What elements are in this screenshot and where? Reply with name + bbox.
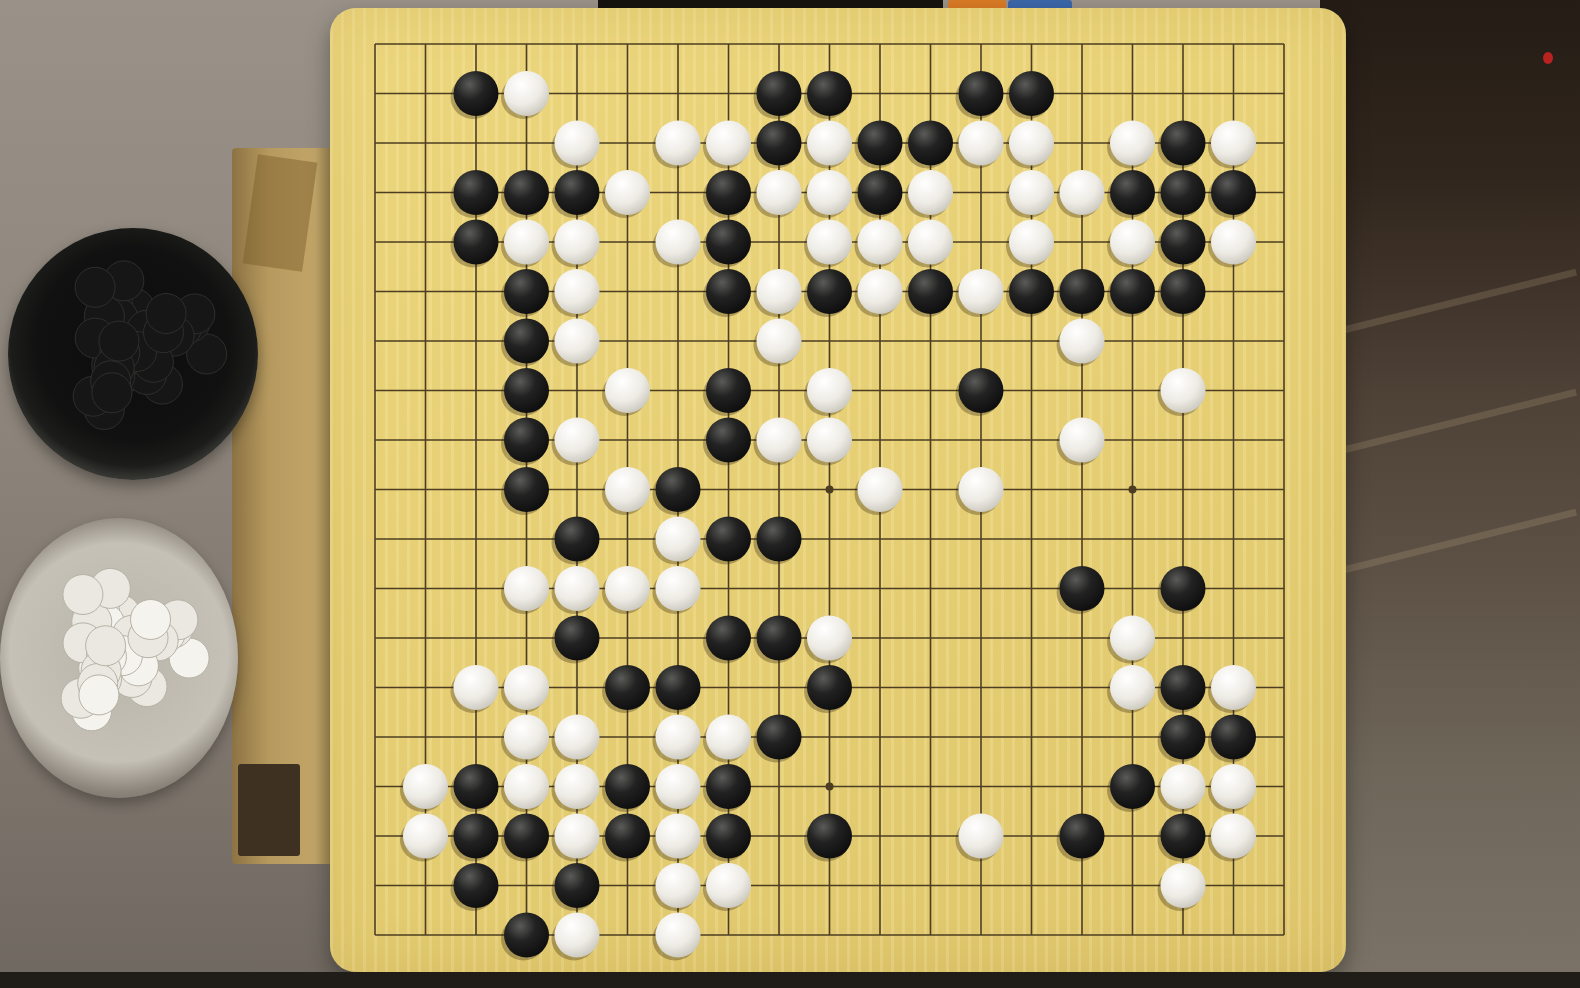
black-stone[interactable] bbox=[555, 517, 600, 562]
black-stone[interactable] bbox=[454, 814, 499, 859]
white-stone[interactable] bbox=[757, 170, 802, 215]
star-point bbox=[1129, 486, 1137, 494]
white-stone[interactable] bbox=[807, 368, 852, 413]
black-stone[interactable] bbox=[1110, 269, 1155, 314]
white-stone[interactable] bbox=[807, 170, 852, 215]
white-stone[interactable] bbox=[1211, 665, 1256, 710]
bowl-black-stone bbox=[99, 321, 139, 361]
photo-go-scene: { "game": "go", "scene": { "description_… bbox=[0, 0, 1580, 988]
white-stone[interactable] bbox=[1211, 121, 1256, 166]
white-stone[interactable] bbox=[858, 220, 903, 265]
black-stone[interactable] bbox=[1161, 814, 1206, 859]
black-bowl-stones bbox=[8, 228, 258, 480]
white-stone[interactable] bbox=[504, 566, 549, 611]
black-stone[interactable] bbox=[1110, 764, 1155, 809]
white-stone[interactable] bbox=[1060, 319, 1105, 364]
black-stone[interactable] bbox=[1161, 715, 1206, 760]
box-label bbox=[238, 764, 300, 856]
white-stone[interactable] bbox=[706, 121, 751, 166]
white-stone[interactable] bbox=[656, 913, 701, 958]
black-stone[interactable] bbox=[959, 368, 1004, 413]
white-stone[interactable] bbox=[656, 517, 701, 562]
white-stone[interactable] bbox=[504, 715, 549, 760]
black-stone[interactable] bbox=[454, 71, 499, 116]
white-stone[interactable] bbox=[555, 319, 600, 364]
bowl-white-stone bbox=[86, 626, 126, 666]
white-stone[interactable] bbox=[504, 220, 549, 265]
black-stone[interactable] bbox=[1110, 170, 1155, 215]
white-stone[interactable] bbox=[908, 220, 953, 265]
black-stone[interactable] bbox=[605, 764, 650, 809]
black-stone[interactable] bbox=[757, 616, 802, 661]
black-stone[interactable] bbox=[1060, 566, 1105, 611]
white-stone[interactable] bbox=[605, 566, 650, 611]
black-stone-bowl bbox=[8, 228, 258, 480]
black-stone[interactable] bbox=[1161, 121, 1206, 166]
black-stone[interactable] bbox=[807, 71, 852, 116]
black-stone[interactable] bbox=[504, 319, 549, 364]
white-stone[interactable] bbox=[555, 814, 600, 859]
black-stone[interactable] bbox=[706, 764, 751, 809]
black-stone[interactable] bbox=[454, 220, 499, 265]
black-stone[interactable] bbox=[757, 715, 802, 760]
white-stone[interactable] bbox=[1211, 764, 1256, 809]
white-stone[interactable] bbox=[1161, 764, 1206, 809]
white-stone[interactable] bbox=[656, 566, 701, 611]
white-stone[interactable] bbox=[1060, 170, 1105, 215]
black-stone[interactable] bbox=[706, 220, 751, 265]
white-stone[interactable] bbox=[1211, 814, 1256, 859]
black-stone[interactable] bbox=[908, 121, 953, 166]
black-stone[interactable] bbox=[807, 665, 852, 710]
black-stone[interactable] bbox=[1161, 269, 1206, 314]
table-edge bbox=[0, 972, 1580, 988]
black-stone[interactable] bbox=[706, 418, 751, 463]
white-stone[interactable] bbox=[1009, 121, 1054, 166]
black-stone[interactable] bbox=[1009, 71, 1054, 116]
black-stone[interactable] bbox=[454, 764, 499, 809]
floor-streak bbox=[1323, 389, 1577, 459]
white-stone[interactable] bbox=[605, 170, 650, 215]
black-stone[interactable] bbox=[1211, 715, 1256, 760]
white-stone[interactable] bbox=[1060, 418, 1105, 463]
wood-floor-right bbox=[1320, 0, 1580, 988]
black-stone[interactable] bbox=[1161, 566, 1206, 611]
white-stone[interactable] bbox=[959, 269, 1004, 314]
black-stone[interactable] bbox=[504, 467, 549, 512]
bowl-white-stone bbox=[131, 599, 171, 639]
go-board[interactable] bbox=[330, 8, 1346, 972]
black-stone[interactable] bbox=[807, 814, 852, 859]
white-stone[interactable] bbox=[1009, 170, 1054, 215]
white-stone[interactable] bbox=[555, 418, 600, 463]
black-stone[interactable] bbox=[656, 665, 701, 710]
white-stone[interactable] bbox=[959, 814, 1004, 859]
white-stone[interactable] bbox=[605, 467, 650, 512]
white-stone[interactable] bbox=[555, 269, 600, 314]
bowl-white-stone bbox=[63, 575, 103, 615]
white-stone-bowl bbox=[0, 518, 238, 798]
black-stone[interactable] bbox=[555, 170, 600, 215]
white-stone[interactable] bbox=[403, 764, 448, 809]
black-stone[interactable] bbox=[454, 863, 499, 908]
black-stone[interactable] bbox=[706, 616, 751, 661]
white-stone[interactable] bbox=[454, 665, 499, 710]
black-stone[interactable] bbox=[504, 913, 549, 958]
black-stone[interactable] bbox=[757, 71, 802, 116]
white-stone[interactable] bbox=[757, 418, 802, 463]
black-stone[interactable] bbox=[706, 269, 751, 314]
black-stone[interactable] bbox=[959, 71, 1004, 116]
white-stone[interactable] bbox=[807, 121, 852, 166]
white-stone[interactable] bbox=[757, 269, 802, 314]
white-stone[interactable] bbox=[1161, 368, 1206, 413]
white-stone[interactable] bbox=[1110, 665, 1155, 710]
white-stone[interactable] bbox=[555, 715, 600, 760]
white-stone[interactable] bbox=[858, 269, 903, 314]
black-stone[interactable] bbox=[1060, 814, 1105, 859]
white-stone[interactable] bbox=[1110, 121, 1155, 166]
black-stone[interactable] bbox=[706, 814, 751, 859]
white-stone[interactable] bbox=[807, 418, 852, 463]
white-stone[interactable] bbox=[656, 764, 701, 809]
black-stone[interactable] bbox=[504, 418, 549, 463]
black-stone[interactable] bbox=[1009, 269, 1054, 314]
white-stone[interactable] bbox=[908, 170, 953, 215]
black-stone[interactable] bbox=[706, 368, 751, 413]
floor-streak bbox=[1323, 269, 1577, 339]
white-stone[interactable] bbox=[1009, 220, 1054, 265]
white-stone[interactable] bbox=[555, 566, 600, 611]
black-stone[interactable] bbox=[757, 517, 802, 562]
bowl-black-stone bbox=[92, 373, 132, 413]
white-stone[interactable] bbox=[1110, 616, 1155, 661]
black-stone[interactable] bbox=[656, 467, 701, 512]
white-stone[interactable] bbox=[656, 863, 701, 908]
white-stone[interactable] bbox=[656, 121, 701, 166]
black-stone[interactable] bbox=[1161, 665, 1206, 710]
black-stone[interactable] bbox=[504, 269, 549, 314]
black-stone[interactable] bbox=[1211, 170, 1256, 215]
white-stone[interactable] bbox=[403, 814, 448, 859]
black-stone[interactable] bbox=[807, 269, 852, 314]
white-stone[interactable] bbox=[706, 863, 751, 908]
black-stone[interactable] bbox=[504, 814, 549, 859]
black-stone[interactable] bbox=[605, 665, 650, 710]
white-stone[interactable] bbox=[1110, 220, 1155, 265]
white-stone[interactable] bbox=[706, 715, 751, 760]
black-stone[interactable] bbox=[504, 170, 549, 215]
white-stone[interactable] bbox=[555, 764, 600, 809]
black-stone[interactable] bbox=[1060, 269, 1105, 314]
white-stone[interactable] bbox=[656, 715, 701, 760]
star-point bbox=[826, 486, 834, 494]
white-stone[interactable] bbox=[656, 814, 701, 859]
white-stone[interactable] bbox=[555, 121, 600, 166]
black-stone[interactable] bbox=[858, 170, 903, 215]
white-stone[interactable] bbox=[1211, 220, 1256, 265]
bowl-black-stone bbox=[75, 267, 115, 307]
black-stone[interactable] bbox=[908, 269, 953, 314]
black-stone[interactable] bbox=[706, 170, 751, 215]
white-stone[interactable] bbox=[555, 220, 600, 265]
black-stone[interactable] bbox=[605, 814, 650, 859]
black-stone[interactable] bbox=[1161, 170, 1206, 215]
black-stone[interactable] bbox=[858, 121, 903, 166]
bowl-black-stone bbox=[146, 294, 186, 334]
board-grid[interactable] bbox=[330, 8, 1346, 972]
black-stone[interactable] bbox=[454, 170, 499, 215]
black-stone[interactable] bbox=[555, 616, 600, 661]
red-speck bbox=[1543, 52, 1553, 64]
white-stone[interactable] bbox=[504, 71, 549, 116]
bowl-white-stone bbox=[79, 675, 119, 715]
white-stone[interactable] bbox=[807, 616, 852, 661]
white-stone[interactable] bbox=[555, 913, 600, 958]
white-stone[interactable] bbox=[1161, 863, 1206, 908]
black-stone[interactable] bbox=[1161, 220, 1206, 265]
white-stone[interactable] bbox=[807, 220, 852, 265]
white-stone[interactable] bbox=[656, 220, 701, 265]
white-bowl-stones bbox=[0, 518, 238, 798]
black-stone[interactable] bbox=[706, 517, 751, 562]
black-stone[interactable] bbox=[757, 121, 802, 166]
white-stone[interactable] bbox=[959, 467, 1004, 512]
black-stone[interactable] bbox=[555, 863, 600, 908]
white-stone[interactable] bbox=[504, 764, 549, 809]
floor-streak bbox=[1323, 509, 1577, 579]
white-stone[interactable] bbox=[504, 665, 549, 710]
star-point bbox=[826, 783, 834, 791]
black-stone[interactable] bbox=[504, 368, 549, 413]
white-stone[interactable] bbox=[858, 467, 903, 512]
white-stone[interactable] bbox=[959, 121, 1004, 166]
white-stone[interactable] bbox=[605, 368, 650, 413]
white-stone[interactable] bbox=[757, 319, 802, 364]
